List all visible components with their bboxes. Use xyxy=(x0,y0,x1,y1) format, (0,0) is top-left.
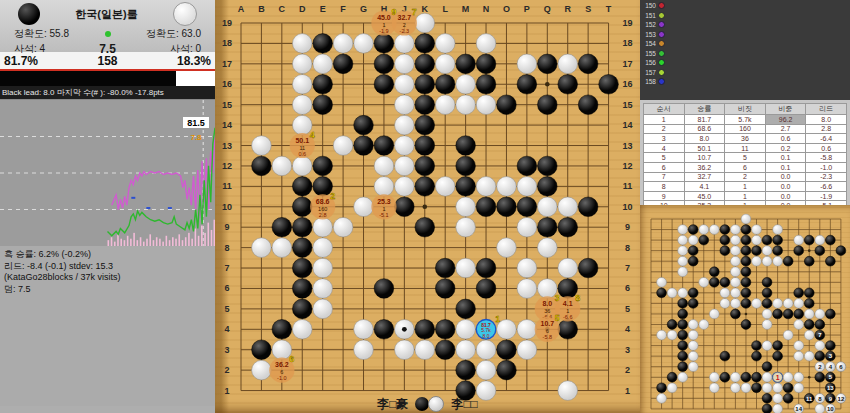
stone-G13[interactable] xyxy=(709,277,719,287)
stone-E6[interactable] xyxy=(688,351,698,361)
stone-R7[interactable] xyxy=(558,258,578,278)
stone-K4[interactable] xyxy=(741,372,751,382)
stone-R9[interactable] xyxy=(815,320,825,330)
stone-R16[interactable] xyxy=(815,246,825,256)
stone-Q11[interactable] xyxy=(538,177,558,197)
analysis-row-8[interactable]: 84.110.0-6.6 xyxy=(644,182,847,192)
stone-P17[interactable] xyxy=(517,54,537,74)
stone-D5[interactable] xyxy=(292,299,312,319)
stone-K9[interactable] xyxy=(741,320,751,330)
stone-C12[interactable] xyxy=(667,288,677,298)
stone-P10[interactable] xyxy=(794,309,804,319)
move-list-item-158[interactable]: 158 xyxy=(643,77,665,87)
stone-M12[interactable] xyxy=(762,288,772,298)
stone-K13[interactable] xyxy=(741,277,751,287)
stone-J12[interactable] xyxy=(395,156,415,176)
stone-D9[interactable] xyxy=(292,217,312,237)
stone-O11[interactable] xyxy=(783,299,793,309)
stone-P12[interactable] xyxy=(794,288,804,298)
stone-E8[interactable] xyxy=(688,330,698,340)
stone-O15[interactable] xyxy=(497,95,517,115)
stone-O11[interactable] xyxy=(497,177,517,197)
stone-L16[interactable] xyxy=(752,246,762,256)
stone-K16[interactable] xyxy=(741,246,751,256)
pv-move-14[interactable]: 14 xyxy=(794,404,804,413)
stone-E16[interactable] xyxy=(313,74,333,94)
stone-H11[interactable] xyxy=(374,177,394,197)
stone-H4[interactable] xyxy=(374,320,394,340)
stone-N17[interactable] xyxy=(476,54,496,74)
analysis-row-6[interactable]: 636.260.1-1.0 xyxy=(644,162,847,172)
stone-R10[interactable] xyxy=(558,197,578,217)
stone-J14[interactable] xyxy=(395,115,415,135)
stone-E9[interactable] xyxy=(688,320,698,330)
stone-O2[interactable] xyxy=(783,393,793,403)
stone-H17[interactable] xyxy=(720,235,730,245)
stone-E17[interactable] xyxy=(313,54,333,74)
stone-E6[interactable] xyxy=(313,279,333,299)
move-list-item-155[interactable]: 155 xyxy=(643,49,665,59)
stone-K3[interactable] xyxy=(741,383,751,393)
stone-E18[interactable] xyxy=(688,225,698,235)
stone-N16[interactable] xyxy=(476,74,496,94)
stone-B2[interactable] xyxy=(657,393,667,403)
stone-E12[interactable] xyxy=(688,288,698,298)
stone-L7[interactable] xyxy=(435,258,455,278)
stone-B12[interactable] xyxy=(657,288,667,298)
stone-J16[interactable] xyxy=(395,74,415,94)
move-list-item-152[interactable]: 152 xyxy=(643,20,665,30)
stone-J15[interactable] xyxy=(395,95,415,115)
stone-D15[interactable] xyxy=(292,95,312,115)
stone-D8[interactable] xyxy=(678,330,688,340)
stone-K17[interactable] xyxy=(741,235,751,245)
stone-C3[interactable] xyxy=(667,383,677,393)
stone-F13[interactable] xyxy=(333,136,353,156)
stone-O3[interactable] xyxy=(783,383,793,393)
stone-J3[interactable] xyxy=(395,340,415,360)
candidate-analysis-table[interactable]: 순서승률비짓비중리드181.75.7k96.28.0268.61602.72.8… xyxy=(643,103,847,211)
pv-move-5[interactable]: 5 xyxy=(825,372,835,382)
stone-P6[interactable] xyxy=(794,351,804,361)
stone-D12[interactable] xyxy=(292,156,312,176)
stone-B13[interactable] xyxy=(252,136,272,156)
stone-B2[interactable] xyxy=(252,360,272,380)
stone-R17[interactable] xyxy=(815,235,825,245)
stone-J15[interactable] xyxy=(731,256,741,266)
stone-M9[interactable] xyxy=(762,320,772,330)
stone-D18[interactable] xyxy=(678,225,688,235)
stone-M7[interactable] xyxy=(456,258,476,278)
stone-J18[interactable] xyxy=(731,225,741,235)
stone-O4[interactable] xyxy=(497,320,517,340)
stone-L3[interactable] xyxy=(752,383,762,393)
stone-P4[interactable] xyxy=(794,372,804,382)
move-list-item-157[interactable]: 157 xyxy=(643,68,665,78)
stone-L11[interactable] xyxy=(752,299,762,309)
stone-Q15[interactable] xyxy=(804,256,814,266)
stone-D15[interactable] xyxy=(678,256,688,266)
pv-move-6[interactable]: 6 xyxy=(836,362,846,372)
stone-M11[interactable] xyxy=(762,299,772,309)
stone-K16[interactable] xyxy=(415,74,435,94)
winrate-graph-svg[interactable]: 81.57.8 xyxy=(0,100,215,246)
stone-L3[interactable] xyxy=(435,340,455,360)
stone-L16[interactable] xyxy=(435,74,455,94)
stone-J3[interactable] xyxy=(731,383,741,393)
stone-S10[interactable] xyxy=(825,309,835,319)
stone-H4[interactable] xyxy=(720,372,730,382)
stone-P11[interactable] xyxy=(517,177,537,197)
stone-N7[interactable] xyxy=(476,258,496,278)
stone-R4[interactable] xyxy=(558,320,578,340)
move-list-item-154[interactable]: 154 xyxy=(643,39,665,49)
pv-move-2[interactable]: 2 xyxy=(815,362,825,372)
stone-F17[interactable] xyxy=(333,54,353,74)
stone-B12[interactable] xyxy=(252,156,272,176)
stone-D6[interactable] xyxy=(292,279,312,299)
pv-move-7[interactable]: 7 xyxy=(815,330,825,340)
stone-J11[interactable] xyxy=(731,299,741,309)
variation-preview-board[interactable]: 1234567891011121314 xyxy=(640,205,850,413)
stone-J14[interactable] xyxy=(731,267,741,277)
stone-M17[interactable] xyxy=(456,54,476,74)
stone-Q9[interactable] xyxy=(804,320,814,330)
pv-move-1[interactable]: 1 xyxy=(773,372,783,382)
stone-C8[interactable] xyxy=(272,238,292,258)
stone-N6[interactable] xyxy=(773,351,783,361)
pv-move-3[interactable]: 3 xyxy=(825,351,835,361)
stone-Q11[interactable] xyxy=(804,299,814,309)
move-list-item-156[interactable]: 156 xyxy=(643,58,665,68)
stone-Q12[interactable] xyxy=(538,156,558,176)
stone-D11[interactable] xyxy=(292,177,312,197)
pv-move-9[interactable]: 9 xyxy=(825,393,835,403)
stone-D4[interactable] xyxy=(678,372,688,382)
move-list-item-153[interactable]: 153 xyxy=(643,30,665,40)
stone-K12[interactable] xyxy=(415,156,435,176)
stone-D16[interactable] xyxy=(292,74,312,94)
stone-Q10[interactable] xyxy=(538,197,558,217)
stone-J13[interactable] xyxy=(395,136,415,156)
stone-K19[interactable] xyxy=(741,214,751,224)
pv-move-4[interactable]: 4 xyxy=(825,362,835,372)
stone-C9[interactable] xyxy=(667,320,677,330)
stone-D17[interactable] xyxy=(678,235,688,245)
stone-N17[interactable] xyxy=(773,235,783,245)
stone-L15[interactable] xyxy=(752,256,762,266)
stone-J10[interactable] xyxy=(731,309,741,319)
main-go-board[interactable]: ABCDEFGHJKLMNOPQRST191918181717161615151… xyxy=(215,0,640,413)
stone-G14[interactable] xyxy=(354,115,374,135)
stone-P16[interactable] xyxy=(517,74,537,94)
stone-O8[interactable] xyxy=(497,238,517,258)
stone-M5[interactable] xyxy=(762,362,772,372)
stone-G18[interactable] xyxy=(709,225,719,235)
stone-P9[interactable] xyxy=(794,320,804,330)
stone-O4[interactable] xyxy=(783,372,793,382)
stone-N1[interactable] xyxy=(773,404,783,413)
stone-K15[interactable] xyxy=(415,95,435,115)
stone-J16[interactable] xyxy=(731,246,741,256)
stone-P4[interactable] xyxy=(517,320,537,340)
stone-G13[interactable] xyxy=(354,136,374,156)
stone-N10[interactable] xyxy=(476,197,496,217)
stone-K19[interactable] xyxy=(415,13,435,33)
stone-R7[interactable] xyxy=(815,341,825,351)
candidate-overlay-H10[interactable]: 25.31-5.1 xyxy=(371,194,396,219)
stone-L18[interactable] xyxy=(752,225,762,235)
stone-Q10[interactable] xyxy=(804,309,814,319)
stone-B3[interactable] xyxy=(657,383,667,393)
analysis-row-5[interactable]: 510.750.1-5.8 xyxy=(644,153,847,163)
pv-move-13[interactable]: 13 xyxy=(825,383,835,393)
stone-B8[interactable] xyxy=(657,330,667,340)
stone-S7[interactable] xyxy=(578,258,598,278)
stone-H13[interactable] xyxy=(720,277,730,287)
stone-F17[interactable] xyxy=(699,235,709,245)
stone-E7[interactable] xyxy=(313,258,333,278)
stone-O8[interactable] xyxy=(783,330,793,340)
stone-D18[interactable] xyxy=(292,34,312,54)
stone-F18[interactable] xyxy=(333,34,353,54)
stone-S7[interactable] xyxy=(825,341,835,351)
stone-L17[interactable] xyxy=(752,235,762,245)
stone-K12[interactable] xyxy=(741,288,751,298)
stone-G4[interactable] xyxy=(709,372,719,382)
stone-L11[interactable] xyxy=(435,177,455,197)
stone-N11[interactable] xyxy=(476,177,496,197)
stone-R9[interactable] xyxy=(558,217,578,237)
stone-B13[interactable] xyxy=(657,277,667,287)
stone-H16[interactable] xyxy=(720,246,730,256)
stone-F18[interactable] xyxy=(699,225,709,235)
stone-S15[interactable] xyxy=(578,95,598,115)
stone-D9[interactable] xyxy=(678,320,688,330)
stone-D8[interactable] xyxy=(292,238,312,258)
stone-C4[interactable] xyxy=(667,372,677,382)
stone-K14[interactable] xyxy=(741,267,751,277)
stone-Q9[interactable] xyxy=(538,217,558,237)
stone-E12[interactable] xyxy=(313,156,333,176)
stone-O3[interactable] xyxy=(497,340,517,360)
stone-M12[interactable] xyxy=(456,156,476,176)
stone-T16[interactable] xyxy=(836,246,846,256)
stone-K14[interactable] xyxy=(415,115,435,135)
stone-N18[interactable] xyxy=(476,34,496,54)
stone-M2[interactable] xyxy=(456,360,476,380)
candidate-overlay-D13[interactable]: 50.1110.64 xyxy=(290,130,315,159)
stone-K18[interactable] xyxy=(741,225,751,235)
move-list-item-150[interactable]: 150 xyxy=(643,1,665,11)
stone-C4[interactable] xyxy=(272,320,292,340)
stone-M9[interactable] xyxy=(456,217,476,237)
stone-L18[interactable] xyxy=(435,34,455,54)
stone-R17[interactable] xyxy=(558,54,578,74)
stone-G14[interactable] xyxy=(709,267,719,277)
stone-D4[interactable] xyxy=(292,320,312,340)
stone-N15[interactable] xyxy=(476,95,496,115)
stone-F9[interactable] xyxy=(333,217,353,237)
stone-E15[interactable] xyxy=(688,256,698,266)
stone-E15[interactable] xyxy=(313,95,333,115)
stone-J10[interactable] xyxy=(395,197,415,217)
stone-D7[interactable] xyxy=(292,258,312,278)
stone-H16[interactable] xyxy=(374,74,394,94)
stone-E17[interactable] xyxy=(688,235,698,245)
stone-Q12[interactable] xyxy=(804,288,814,298)
stone-R16[interactable] xyxy=(558,74,578,94)
stone-B3[interactable] xyxy=(252,340,272,360)
stone-L6[interactable] xyxy=(435,279,455,299)
stone-M16[interactable] xyxy=(762,246,772,256)
stone-K4[interactable] xyxy=(415,320,435,340)
stone-K9[interactable] xyxy=(415,217,435,237)
stone-L4[interactable] xyxy=(435,320,455,340)
stone-R6[interactable] xyxy=(815,351,825,361)
stone-N16[interactable] xyxy=(773,246,783,256)
stone-E5[interactable] xyxy=(313,299,333,319)
stone-K17[interactable] xyxy=(415,54,435,74)
stone-F9[interactable] xyxy=(699,320,709,330)
stone-N10[interactable] xyxy=(773,309,783,319)
stone-S17[interactable] xyxy=(825,235,835,245)
stone-C12[interactable] xyxy=(272,156,292,176)
variation-board-svg[interactable]: 1234567891011121314 xyxy=(640,205,850,413)
stone-P6[interactable] xyxy=(517,279,537,299)
stone-D11[interactable] xyxy=(678,299,688,309)
stone-T16[interactable] xyxy=(599,74,619,94)
stone-J18[interactable] xyxy=(395,34,415,54)
stone-D17[interactable] xyxy=(292,54,312,74)
stone-P7[interactable] xyxy=(794,341,804,351)
stone-S10[interactable] xyxy=(578,197,598,217)
stone-H13[interactable] xyxy=(374,136,394,156)
stone-H17[interactable] xyxy=(374,54,394,74)
stone-N2[interactable] xyxy=(476,360,496,380)
main-board-svg[interactable]: ABCDEFGHJKLMNOPQRST191918181717161615151… xyxy=(215,0,640,413)
stone-L7[interactable] xyxy=(752,341,762,351)
stone-M13[interactable] xyxy=(762,277,772,287)
stone-M17[interactable] xyxy=(762,235,772,245)
pv-move-10[interactable]: 10 xyxy=(825,404,835,413)
stone-S15[interactable] xyxy=(825,256,835,266)
stone-G4[interactable] xyxy=(354,320,374,340)
stone-B8[interactable] xyxy=(252,238,272,258)
stone-R10[interactable] xyxy=(815,309,825,319)
stone-G10[interactable] xyxy=(354,197,374,217)
pv-move-11[interactable]: 11 xyxy=(804,393,814,403)
stone-E8[interactable] xyxy=(313,238,333,258)
stone-E18[interactable] xyxy=(313,34,333,54)
analysis-row-9[interactable]: 945.010.0-1.9 xyxy=(644,191,847,201)
stone-H12[interactable] xyxy=(374,156,394,176)
stone-H6[interactable] xyxy=(374,279,394,299)
stone-D12[interactable] xyxy=(678,288,688,298)
stone-M4[interactable] xyxy=(456,320,476,340)
stone-O10[interactable] xyxy=(783,309,793,319)
stone-K15[interactable] xyxy=(741,256,751,266)
stone-P16[interactable] xyxy=(794,246,804,256)
stone-Q15[interactable] xyxy=(538,95,558,115)
stone-M10[interactable] xyxy=(762,309,772,319)
stone-J17[interactable] xyxy=(395,54,415,74)
stone-J17[interactable] xyxy=(731,235,741,245)
stone-J4[interactable] xyxy=(731,372,741,382)
stone-D10[interactable] xyxy=(292,197,312,217)
stone-P3[interactable] xyxy=(794,383,804,393)
stone-F13[interactable] xyxy=(699,277,709,287)
stone-Q6[interactable] xyxy=(804,351,814,361)
stone-N6[interactable] xyxy=(476,279,496,299)
analysis-row-2[interactable]: 268.61602.72.8 xyxy=(644,124,847,134)
stone-M2[interactable] xyxy=(762,393,772,403)
stone-N2[interactable] xyxy=(773,393,783,403)
stone-M4[interactable] xyxy=(762,372,772,382)
stone-M3[interactable] xyxy=(762,383,772,393)
stone-K11[interactable] xyxy=(415,177,435,197)
stone-P12[interactable] xyxy=(517,156,537,176)
stone-P11[interactable] xyxy=(794,299,804,309)
move-list-item-151[interactable]: 151 xyxy=(643,11,665,21)
pv-move-12[interactable]: 12 xyxy=(836,393,846,403)
stone-E7[interactable] xyxy=(688,341,698,351)
analysis-row-4[interactable]: 450.1110.20.6 xyxy=(644,143,847,153)
stone-D14[interactable] xyxy=(678,267,688,277)
stone-D5[interactable] xyxy=(678,362,688,372)
stone-Q8[interactable] xyxy=(538,238,558,258)
stone-M5[interactable] xyxy=(456,299,476,319)
stone-P7[interactable] xyxy=(517,258,537,278)
stone-N3[interactable] xyxy=(476,340,496,360)
stone-E9[interactable] xyxy=(313,217,333,237)
stone-N7[interactable] xyxy=(773,341,783,351)
analysis-row-7[interactable]: 732.720.0-2.3 xyxy=(644,172,847,182)
candidate-overlay-C2[interactable]: 36.26-1.06 xyxy=(269,354,294,383)
stone-Q17[interactable] xyxy=(804,235,814,245)
stone-G10[interactable] xyxy=(709,309,719,319)
stone-K3[interactable] xyxy=(415,340,435,360)
stone-G3[interactable] xyxy=(709,383,719,393)
stone-P17[interactable] xyxy=(794,235,804,245)
stone-J13[interactable] xyxy=(731,277,741,287)
stone-H6[interactable] xyxy=(720,351,730,361)
stone-D7[interactable] xyxy=(678,341,688,351)
stone-R4[interactable] xyxy=(815,372,825,382)
stone-D10[interactable] xyxy=(678,309,688,319)
stone-S17[interactable] xyxy=(578,54,598,74)
stone-K11[interactable] xyxy=(741,299,751,309)
stone-H12[interactable] xyxy=(720,288,730,298)
stone-E16[interactable] xyxy=(688,246,698,256)
stone-J12[interactable] xyxy=(731,288,741,298)
stone-N3[interactable] xyxy=(773,383,783,393)
analysis-row-1[interactable]: 181.75.7k96.28.0 xyxy=(644,115,847,125)
stone-N11[interactable] xyxy=(773,299,783,309)
stone-H18[interactable] xyxy=(720,225,730,235)
stone-R1[interactable] xyxy=(815,404,825,413)
stone-P9[interactable] xyxy=(517,217,537,237)
stone-K18[interactable] xyxy=(415,34,435,54)
stone-G18[interactable] xyxy=(354,34,374,54)
stone-D16[interactable] xyxy=(678,246,688,256)
pv-move-8[interactable]: 8 xyxy=(815,393,825,403)
stone-P10[interactable] xyxy=(517,197,537,217)
stone-M15[interactable] xyxy=(762,256,772,266)
stone-N15[interactable] xyxy=(773,256,783,266)
stone-Q8[interactable] xyxy=(804,330,814,340)
stone-M13[interactable] xyxy=(456,136,476,156)
